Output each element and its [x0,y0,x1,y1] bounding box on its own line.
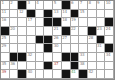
crossword-cell[interactable] [10,44,19,53]
clue-number: 34 [106,53,111,57]
crossword-cell[interactable] [71,44,80,53]
clue-number: 21 [54,27,59,31]
crossword-cell[interactable] [18,44,27,53]
clue-number: 24 [106,27,111,31]
clue-number: 6 [71,1,73,5]
crossword-cell[interactable] [105,70,114,79]
clue-number: 29 [2,44,7,48]
crossword-block-cell [62,70,71,79]
clue-number: 19 [71,18,76,22]
crossword-cell[interactable] [18,36,27,45]
crossword-cell[interactable]: 2 [10,1,19,10]
crossword-cell[interactable]: 3 [27,1,36,10]
crossword-cell[interactable]: 12 [18,10,27,19]
crossword-cell[interactable]: 16 [1,18,10,27]
crossword-block-cell [18,53,27,62]
clue-number: 15 [80,10,85,14]
clue-number: 5 [54,1,56,5]
crossword-cell[interactable]: 23 [97,27,106,36]
clue-number: 14 [62,10,67,14]
crossword-cell[interactable] [36,10,45,19]
crossword-cell[interactable]: 38 [79,62,88,71]
clue-number: 27 [62,36,67,40]
crossword-cell[interactable]: 31 [97,44,106,53]
crossword-cell[interactable] [88,53,97,62]
crossword-block-cell [36,36,45,45]
clue-number: 35 [2,62,7,66]
clue-number: 33 [80,53,85,57]
crossword-cell[interactable] [44,53,53,62]
crossword-block-cell [44,36,53,45]
crossword-cell[interactable]: 30 [53,44,62,53]
crossword-cell[interactable]: 40 [27,70,36,79]
crossword-cell[interactable] [97,53,106,62]
crossword-cell[interactable] [27,36,36,45]
crossword-cell[interactable]: 10 [105,1,114,10]
clue-number: 36 [10,62,15,66]
crossword-block-cell [71,53,80,62]
clue-number: 3 [28,1,30,5]
crossword-cell[interactable] [36,70,45,79]
crossword-cell[interactable] [62,44,71,53]
clue-number: 18 [62,18,67,22]
clue-number: 42 [88,70,93,74]
clue-number: 25 [2,36,7,40]
crossword-cell[interactable] [36,62,45,71]
clue-number: 22 [71,27,76,31]
crossword-cell[interactable] [62,62,71,71]
crossword-cell[interactable] [36,53,45,62]
crossword-cell[interactable]: 4 [36,1,45,10]
crossword-cell[interactable] [105,10,114,19]
clue-number: 30 [54,44,59,48]
crossword-cell[interactable] [36,27,45,36]
clue-number: 26 [54,36,59,40]
crossword-cell[interactable]: 39 [1,70,10,79]
clue-number: 41 [71,70,76,74]
crossword-cell[interactable] [88,10,97,19]
clue-number: 16 [2,18,7,22]
crossword-cell[interactable]: 8 [88,1,97,10]
crossword-cell[interactable]: 29 [1,44,10,53]
crossword-block-cell [62,53,71,62]
crossword-cell[interactable] [79,18,88,27]
clue-number: 12 [19,10,24,14]
clue-number: 17 [28,18,33,22]
crossword-cell[interactable]: 22 [71,27,80,36]
crossword-cell[interactable] [10,70,19,79]
crossword-cell[interactable] [97,70,106,79]
clue-number: 23 [97,27,102,31]
crossword-block-cell [44,44,53,53]
crossword-cell[interactable] [18,18,27,27]
crossword-cell[interactable]: 6 [71,1,80,10]
crossword-cell[interactable]: 41 [71,70,80,79]
crossword-block-cell [79,70,88,79]
crossword-block-cell [44,18,53,27]
crossword-cell[interactable] [10,10,19,19]
crossword-cell[interactable] [18,62,27,71]
crossword-block-cell [18,70,27,79]
crossword-cell[interactable]: 27 [62,36,71,45]
crossword-cell[interactable] [79,27,88,36]
crossword-cell[interactable] [88,44,97,53]
crossword-grid: 1234567891011121314151617181920212223242… [0,0,115,80]
crossword-cell[interactable]: 18 [62,18,71,27]
crossword-block-cell [44,62,53,71]
crossword-cell[interactable]: 24 [105,27,114,36]
crossword-cell[interactable]: 34 [105,53,114,62]
crossword-cell[interactable]: 20 [10,27,19,36]
crossword-cell[interactable] [44,1,53,10]
crossword-block-cell [44,10,53,19]
crossword-cell[interactable]: 17 [27,18,36,27]
crossword-cell[interactable]: 15 [79,10,88,19]
clue-number: 11 [2,10,7,14]
clue-number: 7 [80,1,82,5]
crossword-cell[interactable] [18,27,27,36]
clue-number: 32 [28,53,33,57]
clue-number: 40 [28,70,33,74]
crossword-cell[interactable] [53,70,62,79]
clue-number: 20 [10,27,15,31]
crossword-cell[interactable]: 28 [88,36,97,45]
crossword-cell[interactable]: 36 [10,62,19,71]
crossword-cell[interactable] [88,18,97,27]
clue-number: 4 [36,1,38,5]
crossword-cell[interactable] [44,70,53,79]
crossword-cell[interactable] [36,44,45,53]
crossword-cell[interactable] [97,10,106,19]
clue-number: 39 [2,70,7,74]
crossword-cell[interactable]: 42 [88,70,97,79]
crossword-cell[interactable] [105,62,114,71]
clue-number: 8 [88,1,90,5]
crossword-cell[interactable] [36,18,45,27]
clue-number: 9 [97,1,99,5]
clue-number: 28 [88,36,93,40]
clue-number: 10 [106,1,111,5]
crossword-cell[interactable] [79,36,88,45]
crossword-cell[interactable]: 13 [53,10,62,19]
clue-number: 31 [97,44,102,48]
crossword-cell[interactable] [10,36,19,45]
crossword-cell[interactable] [44,27,53,36]
crossword-cell[interactable] [105,36,114,45]
crossword-cell[interactable] [71,36,80,45]
crossword-cell[interactable]: 32 [27,53,36,62]
clue-number: 38 [80,62,85,66]
clue-number: 13 [54,10,59,14]
clue-number: 37 [54,62,59,66]
clue-number: 2 [10,1,12,5]
crossword-cell[interactable]: 37 [53,62,62,71]
crossword-cell[interactable] [27,27,36,36]
crossword-cell[interactable]: 9 [97,1,106,10]
crossword-cell[interactable] [97,62,106,71]
clue-number: 1 [2,1,4,5]
